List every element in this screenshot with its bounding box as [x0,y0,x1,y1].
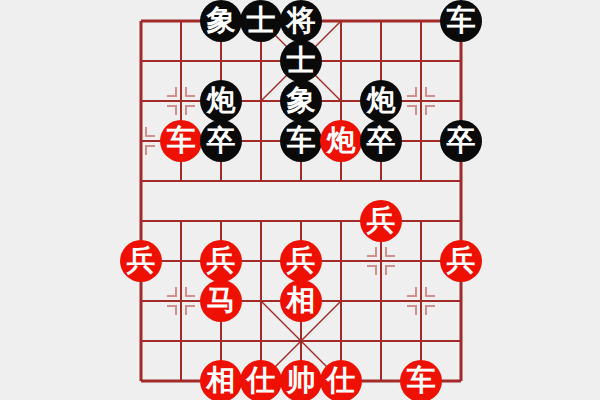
piece-glyph: 兵 [367,206,396,235]
piece-glyph: 车 [287,126,316,155]
piece-glyph: 车 [407,366,436,395]
piece-glyph: 兵 [447,246,476,275]
piece-black-chariot[interactable]: 车 [440,0,482,42]
piece-black-advisor[interactable]: 士 [240,0,282,42]
piece-glyph: 炮 [367,86,396,115]
piece-black-cannon[interactable]: 炮 [200,80,242,122]
piece-glyph: 卒 [367,126,396,155]
piece-glyph: 象 [287,86,316,115]
piece-red-soldier[interactable]: 兵 [280,240,322,282]
xiangqi-board[interactable]: 象士将车士炮象炮车卒车炮卒卒兵兵兵兵兵马相相仕帅仕车 [121,1,481,400]
piece-red-chariot[interactable]: 车 [400,360,442,400]
piece-red-general[interactable]: 帅 [280,360,322,400]
piece-red-soldier[interactable]: 兵 [360,200,402,242]
piece-red-chariot[interactable]: 车 [160,120,202,162]
piece-glyph: 相 [207,366,236,395]
piece-red-horse[interactable]: 马 [200,280,242,322]
xiangqi-app-window: 象士将车士炮象炮车卒车炮卒卒兵兵兵兵兵马相相仕帅仕车 [0,0,600,400]
piece-glyph: 卒 [207,126,236,155]
piece-glyph: 相 [287,286,316,315]
piece-glyph: 仕 [247,366,276,395]
piece-black-soldier[interactable]: 卒 [200,120,242,162]
piece-red-cannon[interactable]: 炮 [320,120,362,162]
piece-black-soldier[interactable]: 卒 [440,120,482,162]
piece-black-elephant[interactable]: 象 [200,0,242,42]
piece-red-soldier[interactable]: 兵 [200,240,242,282]
piece-glyph: 士 [247,6,276,35]
piece-glyph: 仕 [327,366,356,395]
piece-glyph: 士 [287,46,316,75]
piece-glyph: 车 [447,6,476,35]
piece-red-advisor[interactable]: 仕 [240,360,282,400]
piece-glyph: 兵 [207,246,236,275]
piece-black-cannon[interactable]: 炮 [360,80,402,122]
piece-red-soldier[interactable]: 兵 [440,240,482,282]
piece-black-soldier[interactable]: 卒 [360,120,402,162]
piece-red-elephant[interactable]: 相 [200,360,242,400]
piece-glyph: 车 [167,126,196,155]
piece-glyph: 兵 [287,246,316,275]
piece-red-elephant[interactable]: 相 [280,280,322,322]
piece-red-advisor[interactable]: 仕 [320,360,362,400]
piece-red-soldier[interactable]: 兵 [120,240,162,282]
piece-glyph: 马 [207,286,236,315]
piece-black-advisor[interactable]: 士 [280,40,322,82]
piece-black-elephant[interactable]: 象 [280,80,322,122]
piece-black-chariot[interactable]: 车 [280,120,322,162]
piece-glyph: 炮 [207,86,236,115]
piece-glyph: 兵 [127,246,156,275]
piece-glyph: 将 [287,6,316,35]
piece-glyph: 炮 [327,126,356,155]
piece-glyph: 帅 [287,366,316,395]
piece-glyph: 卒 [447,126,476,155]
piece-black-general[interactable]: 将 [280,0,322,42]
piece-glyph: 象 [207,6,236,35]
